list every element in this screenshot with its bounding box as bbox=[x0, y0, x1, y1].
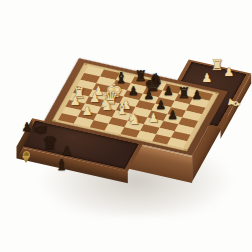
piece-white-knight[interactable]: ♞ bbox=[122, 112, 146, 128]
brass-screw-icon bbox=[53, 120, 55, 121]
brass-screw-icon bbox=[85, 63, 87, 64]
brass-clasp[interactable] bbox=[21, 151, 31, 164]
captured-piece-black-bishop[interactable]: ♝ bbox=[50, 158, 74, 174]
chess-box-product-photo: ♜♞♝♚♟♜♟♟♟♚♟♜♟♛♟♟♟♞♝♟♟♞♟♞♛♟♝♜♟♟♝♟ bbox=[0, 0, 252, 252]
captured-piece-black-pawn[interactable]: ♟ bbox=[185, 89, 209, 101]
brass-screw-icon bbox=[184, 149, 186, 150]
piece-white-pawn[interactable]: ♟ bbox=[75, 105, 99, 117]
brass-screw-icon bbox=[118, 135, 120, 136]
brass-screw-icon bbox=[216, 93, 218, 94]
clasp-plate-icon bbox=[22, 156, 30, 163]
captured-piece-white-pawn[interactable]: ♟ bbox=[195, 72, 219, 84]
captured-piece-white-pawn[interactable]: ♟ bbox=[217, 66, 241, 78]
